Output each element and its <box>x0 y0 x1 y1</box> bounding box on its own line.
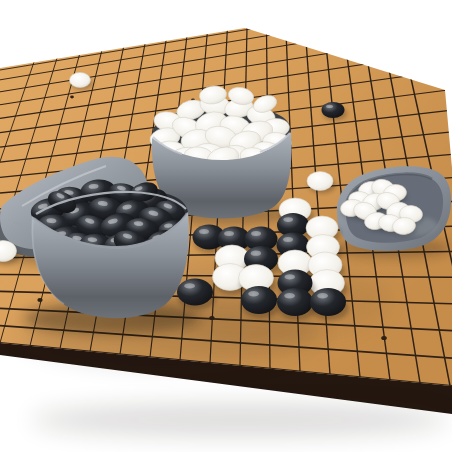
stone-gloss <box>199 229 209 234</box>
go-set-product-photo <box>0 0 452 452</box>
board-stone-black <box>177 279 213 306</box>
star-point <box>70 96 74 99</box>
stone-gloss <box>317 293 328 299</box>
goban-scene <box>0 0 452 452</box>
star-point <box>37 298 42 302</box>
stone-gloss <box>224 231 234 236</box>
stone-gloss <box>248 291 259 297</box>
stone-gloss <box>184 283 195 288</box>
stone-gloss <box>283 237 293 242</box>
stone-gloss <box>326 105 333 108</box>
board-stone-black <box>310 288 346 316</box>
board-stone-black <box>241 286 277 314</box>
board-stone-white <box>70 73 91 88</box>
board-stone-white <box>307 172 333 191</box>
board-stone-black <box>277 288 313 316</box>
board-stone-black <box>322 102 345 118</box>
stone-gloss <box>284 293 295 299</box>
stone-gloss <box>285 274 296 279</box>
star-point <box>381 336 387 340</box>
shadow <box>30 404 450 436</box>
stone-gloss <box>251 251 261 256</box>
stone-gloss <box>283 217 293 222</box>
stone-gloss <box>251 231 261 236</box>
